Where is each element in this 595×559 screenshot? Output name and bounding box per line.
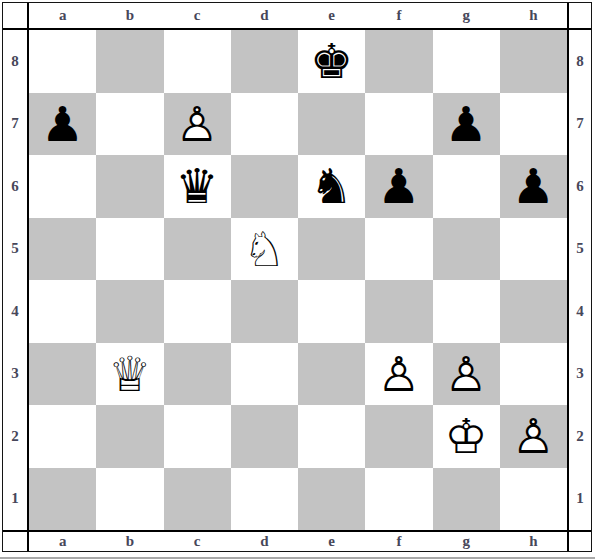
piece-black-pawn[interactable]: ♟ (373, 160, 425, 212)
white-king-glyph: ♔ (445, 412, 488, 460)
square-c2[interactable] (164, 405, 231, 468)
square-d7[interactable] (231, 93, 298, 156)
file-label-top-c-text: c (194, 8, 201, 23)
square-c6[interactable]: ♛ (164, 155, 231, 218)
piece-black-king[interactable]: ♚ (306, 35, 358, 87)
square-g4[interactable] (433, 280, 500, 343)
file-label-bottom-f-text: f (396, 534, 401, 549)
rank-label-right-5: 5 (567, 218, 591, 281)
rank-label-right-2-text: 2 (576, 429, 584, 444)
chess-diagram-page: abcdefgh8♚87♟♟♙♟76♛♞♟♟65♞♘5443♛♕♟♙♟♙32♚♔… (0, 0, 595, 559)
file-label-bottom-g: g (433, 530, 500, 551)
piece-black-pawn[interactable]: ♟ (440, 98, 492, 150)
piece-black-queen[interactable]: ♛ (171, 160, 223, 212)
square-a7[interactable]: ♟ (29, 93, 96, 156)
file-label-top-d-text: d (260, 8, 268, 23)
file-label-bottom-d: d (231, 530, 298, 551)
square-c8[interactable] (164, 30, 231, 93)
rank-label-right-4-text: 4 (576, 304, 584, 319)
rank-label-left-3-text: 3 (11, 366, 19, 381)
rank-label-right-5-text: 5 (576, 241, 584, 256)
rank-label-right-8-text: 8 (576, 54, 584, 69)
square-f6[interactable]: ♟ (365, 155, 432, 218)
square-e2[interactable] (298, 405, 365, 468)
corner-top-left (3, 3, 29, 30)
file-label-top-d: d (231, 3, 298, 30)
file-label-top-b: b (96, 3, 163, 30)
square-d8[interactable] (231, 30, 298, 93)
chess-board-diagram: abcdefgh8♚87♟♟♙♟76♛♞♟♟65♞♘5443♛♕♟♙♟♙32♚♔… (2, 2, 592, 552)
corner-bottom-right (567, 530, 591, 551)
piece-white-knight[interactable]: ♞♘ (238, 223, 290, 275)
rank-label-left-2: 2 (3, 405, 29, 468)
piece-white-pawn[interactable]: ♟♙ (373, 348, 425, 400)
piece-black-knight[interactable]: ♞ (306, 160, 358, 212)
rank-label-right-6: 6 (567, 155, 591, 218)
rank-label-left-2-text: 2 (11, 429, 19, 444)
rank-label-left-5: 5 (3, 218, 29, 281)
square-e5[interactable] (298, 218, 365, 281)
file-label-top-g-text: g (462, 8, 470, 23)
white-pawn-glyph: ♙ (377, 350, 420, 398)
file-label-bottom-b-text: b (126, 534, 134, 549)
square-e8[interactable]: ♚ (298, 30, 365, 93)
chess-board: abcdefgh8♚87♟♟♙♟76♛♞♟♟65♞♘5443♛♕♟♙♟♙32♚♔… (3, 3, 591, 551)
square-b1[interactable] (96, 468, 163, 531)
rank-label-left-1-text: 1 (11, 491, 19, 506)
square-h3[interactable] (500, 343, 567, 406)
rank-label-left-4: 4 (3, 280, 29, 343)
rank-label-right-7-text: 7 (576, 116, 584, 131)
file-label-top-f: f (365, 3, 432, 30)
rank-label-left-5-text: 5 (11, 241, 19, 256)
rank-label-right-2: 2 (567, 405, 591, 468)
square-f2[interactable] (365, 405, 432, 468)
file-label-bottom-d-text: d (260, 534, 268, 549)
rank-label-left-4-text: 4 (11, 304, 19, 319)
file-label-bottom-h-text: h (529, 534, 537, 549)
file-label-bottom-h: h (500, 530, 567, 551)
rank-label-right-1: 1 (567, 468, 591, 531)
square-g7[interactable]: ♟ (433, 93, 500, 156)
square-f7[interactable] (365, 93, 432, 156)
square-h2[interactable]: ♟♙ (500, 405, 567, 468)
file-label-top-c: c (164, 3, 231, 30)
file-label-bottom-c: c (164, 530, 231, 551)
square-b4[interactable] (96, 280, 163, 343)
square-f8[interactable] (365, 30, 432, 93)
rank-label-right-3-text: 3 (576, 366, 584, 381)
square-b8[interactable] (96, 30, 163, 93)
square-h7[interactable] (500, 93, 567, 156)
square-g8[interactable] (433, 30, 500, 93)
square-d5[interactable]: ♞♘ (231, 218, 298, 281)
square-h6[interactable]: ♟ (500, 155, 567, 218)
file-label-bottom-a: a (29, 530, 96, 551)
square-b3[interactable]: ♛♕ (96, 343, 163, 406)
piece-white-queen[interactable]: ♛♕ (104, 348, 156, 400)
square-c1[interactable] (164, 468, 231, 531)
square-h8[interactable] (500, 30, 567, 93)
rank-label-left-6-text: 6 (11, 179, 19, 194)
square-b6[interactable] (96, 155, 163, 218)
rank-label-left-8: 8 (3, 30, 29, 93)
file-label-bottom-g-text: g (462, 534, 470, 549)
square-f5[interactable] (365, 218, 432, 281)
square-b2[interactable] (96, 405, 163, 468)
square-h4[interactable] (500, 280, 567, 343)
square-f3[interactable]: ♟♙ (365, 343, 432, 406)
square-e6[interactable]: ♞ (298, 155, 365, 218)
square-a8[interactable] (29, 30, 96, 93)
corner-top-right (567, 3, 591, 30)
file-label-bottom-e-text: e (328, 534, 335, 549)
square-a1[interactable] (29, 468, 96, 531)
square-d6[interactable] (231, 155, 298, 218)
rank-label-left-6: 6 (3, 155, 29, 218)
white-pawn-glyph: ♙ (176, 100, 219, 148)
file-label-top-e-text: e (328, 8, 335, 23)
square-d1[interactable] (231, 468, 298, 531)
square-f1[interactable] (365, 468, 432, 531)
square-a2[interactable] (29, 405, 96, 468)
square-g1[interactable] (433, 468, 500, 531)
square-g2[interactable]: ♚♔ (433, 405, 500, 468)
square-g6[interactable] (433, 155, 500, 218)
rank-label-right-4: 4 (567, 280, 591, 343)
rank-label-left-3: 3 (3, 343, 29, 406)
file-label-top-e: e (298, 3, 365, 30)
square-b7[interactable] (96, 93, 163, 156)
square-c4[interactable] (164, 280, 231, 343)
file-label-bottom-f: f (365, 530, 432, 551)
file-label-top-a-text: a (59, 8, 67, 23)
square-h5[interactable] (500, 218, 567, 281)
square-d2[interactable] (231, 405, 298, 468)
file-label-top-h: h (500, 3, 567, 30)
square-a6[interactable] (29, 155, 96, 218)
white-pawn-glyph: ♙ (512, 412, 555, 460)
file-label-bottom-c-text: c (194, 534, 201, 549)
piece-white-pawn[interactable]: ♟♙ (171, 98, 223, 150)
file-label-top-b-text: b (126, 8, 134, 23)
file-label-top-h-text: h (529, 8, 537, 23)
file-label-top-f-text: f (396, 8, 401, 23)
rank-label-left-8-text: 8 (11, 54, 19, 69)
rank-label-left-1: 1 (3, 468, 29, 531)
square-a3[interactable] (29, 343, 96, 406)
square-e7[interactable] (298, 93, 365, 156)
square-d3[interactable] (231, 343, 298, 406)
rank-label-left-7: 7 (3, 93, 29, 156)
piece-white-king[interactable]: ♚♔ (440, 410, 492, 462)
file-label-top-g: g (433, 3, 500, 30)
piece-black-pawn[interactable]: ♟ (507, 160, 559, 212)
rank-label-left-7-text: 7 (11, 116, 19, 131)
piece-black-pawn[interactable]: ♟ (37, 98, 89, 150)
square-g3[interactable]: ♟♙ (433, 343, 500, 406)
square-c5[interactable] (164, 218, 231, 281)
rank-label-right-3: 3 (567, 343, 591, 406)
piece-white-pawn[interactable]: ♟♙ (507, 410, 559, 462)
file-label-bottom-b: b (96, 530, 163, 551)
square-c7[interactable]: ♟♙ (164, 93, 231, 156)
square-e1[interactable] (298, 468, 365, 531)
square-a5[interactable] (29, 218, 96, 281)
square-a4[interactable] (29, 280, 96, 343)
file-label-top-a: a (29, 3, 96, 30)
file-label-bottom-e: e (298, 530, 365, 551)
rank-label-right-7: 7 (567, 93, 591, 156)
white-queen-glyph: ♕ (108, 350, 151, 398)
square-g5[interactable] (433, 218, 500, 281)
piece-white-pawn[interactable]: ♟♙ (440, 348, 492, 400)
rank-label-right-1-text: 1 (576, 491, 584, 506)
rank-label-right-8: 8 (567, 30, 591, 93)
corner-bottom-left (3, 530, 29, 551)
square-d4[interactable] (231, 280, 298, 343)
file-label-bottom-a-text: a (59, 534, 67, 549)
white-knight-glyph: ♘ (243, 225, 286, 273)
square-h1[interactable] (500, 468, 567, 531)
square-c3[interactable] (164, 343, 231, 406)
square-f4[interactable] (365, 280, 432, 343)
square-b5[interactable] (96, 218, 163, 281)
white-pawn-glyph: ♙ (445, 350, 488, 398)
rank-label-right-6-text: 6 (576, 179, 584, 194)
square-e4[interactable] (298, 280, 365, 343)
square-e3[interactable] (298, 343, 365, 406)
